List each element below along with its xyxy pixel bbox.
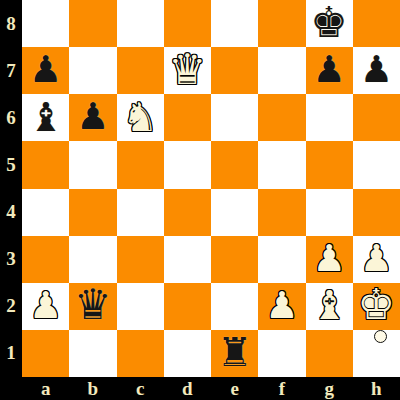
- square-a3[interactable]: [22, 236, 69, 283]
- square-e8[interactable]: [211, 0, 258, 47]
- square-e1[interactable]: ♜: [211, 330, 258, 377]
- square-d3[interactable]: [164, 236, 211, 283]
- rank-label-3: 3: [0, 236, 22, 283]
- square-c7[interactable]: [117, 47, 164, 94]
- square-h6[interactable]: [353, 94, 400, 141]
- piece-black-pawn-g7[interactable]: ♟: [313, 51, 346, 88]
- square-d7[interactable]: ♛: [164, 47, 211, 94]
- square-d6[interactable]: [164, 94, 211, 141]
- square-h7[interactable]: ♟: [353, 47, 400, 94]
- square-e4[interactable]: [211, 189, 258, 236]
- square-g1[interactable]: [306, 330, 353, 377]
- piece-white-pawn-h3[interactable]: ♟: [360, 240, 393, 277]
- square-d8[interactable]: [164, 0, 211, 47]
- white-to-move-indicator: [374, 330, 387, 343]
- square-b3[interactable]: [69, 236, 116, 283]
- square-h8[interactable]: [353, 0, 400, 47]
- square-b6[interactable]: ♟: [69, 94, 116, 141]
- square-g8[interactable]: ♚: [306, 0, 353, 47]
- square-a2[interactable]: ♟: [22, 283, 69, 330]
- square-h4[interactable]: [353, 189, 400, 236]
- square-c4[interactable]: [117, 189, 164, 236]
- square-g6[interactable]: [306, 94, 353, 141]
- piece-white-pawn-g3[interactable]: ♟: [313, 240, 346, 277]
- square-h3[interactable]: ♟: [353, 236, 400, 283]
- square-a8[interactable]: [22, 0, 69, 47]
- piece-white-pawn-a2[interactable]: ♟: [29, 287, 62, 324]
- square-a5[interactable]: [22, 141, 69, 188]
- piece-black-bishop-a6[interactable]: ♝: [28, 97, 64, 137]
- square-e2[interactable]: [211, 283, 258, 330]
- square-b1[interactable]: [69, 330, 116, 377]
- square-b8[interactable]: [69, 0, 116, 47]
- square-e6[interactable]: [211, 94, 258, 141]
- file-label-h: h: [353, 377, 400, 400]
- piece-white-bishop-g2[interactable]: ♝: [311, 285, 347, 325]
- piece-white-pawn-f2[interactable]: ♟: [265, 287, 298, 324]
- square-h2[interactable]: ♚: [353, 283, 400, 330]
- square-g2[interactable]: ♝: [306, 283, 353, 330]
- rank-label-1: 1: [0, 330, 22, 377]
- square-c8[interactable]: [117, 0, 164, 47]
- square-f8[interactable]: [258, 0, 305, 47]
- square-e5[interactable]: [211, 141, 258, 188]
- square-f6[interactable]: [258, 94, 305, 141]
- rank-label-7: 7: [0, 47, 22, 94]
- piece-black-pawn-b6[interactable]: ♟: [76, 98, 109, 135]
- file-label-a: a: [22, 377, 69, 400]
- piece-black-rook-e1[interactable]: ♜: [217, 332, 253, 372]
- square-b4[interactable]: [69, 189, 116, 236]
- rank-label-2: 2: [0, 283, 22, 330]
- square-a4[interactable]: [22, 189, 69, 236]
- piece-white-knight-c6[interactable]: ♞: [122, 97, 158, 137]
- piece-white-king-h2[interactable]: ♚: [358, 284, 396, 326]
- square-b7[interactable]: [69, 47, 116, 94]
- square-c2[interactable]: [117, 283, 164, 330]
- square-f2[interactable]: ♟: [258, 283, 305, 330]
- square-d1[interactable]: [164, 330, 211, 377]
- rank-label-5: 5: [0, 141, 22, 188]
- board-corner: [0, 377, 22, 400]
- rank-label-4: 4: [0, 189, 22, 236]
- square-f4[interactable]: [258, 189, 305, 236]
- square-f3[interactable]: [258, 236, 305, 283]
- file-label-e: e: [211, 377, 258, 400]
- rank-label-6: 6: [0, 94, 22, 141]
- square-c5[interactable]: [117, 141, 164, 188]
- square-d2[interactable]: [164, 283, 211, 330]
- square-h5[interactable]: [353, 141, 400, 188]
- square-a7[interactable]: ♟: [22, 47, 69, 94]
- square-g3[interactable]: ♟: [306, 236, 353, 283]
- piece-black-queen-b2[interactable]: ♛: [74, 284, 112, 326]
- file-label-g: g: [306, 377, 353, 400]
- square-c3[interactable]: [117, 236, 164, 283]
- square-f5[interactable]: [258, 141, 305, 188]
- file-label-f: f: [258, 377, 305, 400]
- square-b2[interactable]: ♛: [69, 283, 116, 330]
- square-f7[interactable]: [258, 47, 305, 94]
- piece-black-pawn-h7[interactable]: ♟: [360, 51, 393, 88]
- file-label-d: d: [164, 377, 211, 400]
- square-e3[interactable]: [211, 236, 258, 283]
- piece-black-king-g8[interactable]: ♚: [310, 2, 348, 44]
- square-a6[interactable]: ♝: [22, 94, 69, 141]
- square-c6[interactable]: ♞: [117, 94, 164, 141]
- piece-black-pawn-a7[interactable]: ♟: [29, 51, 62, 88]
- square-a1[interactable]: [22, 330, 69, 377]
- square-b5[interactable]: [69, 141, 116, 188]
- square-g7[interactable]: ♟: [306, 47, 353, 94]
- square-d5[interactable]: [164, 141, 211, 188]
- square-e7[interactable]: [211, 47, 258, 94]
- square-d4[interactable]: [164, 189, 211, 236]
- piece-white-queen-d7[interactable]: ♛: [169, 49, 207, 91]
- square-g4[interactable]: [306, 189, 353, 236]
- file-label-b: b: [69, 377, 116, 400]
- chess-board: 8♚7♟♛♟♟6♝♟♞543♟♟2♟♛♟♝♚1♜abcdefgh: [0, 0, 400, 400]
- file-label-c: c: [117, 377, 164, 400]
- square-f1[interactable]: [258, 330, 305, 377]
- square-c1[interactable]: [117, 330, 164, 377]
- square-g5[interactable]: [306, 141, 353, 188]
- rank-label-8: 8: [0, 0, 22, 47]
